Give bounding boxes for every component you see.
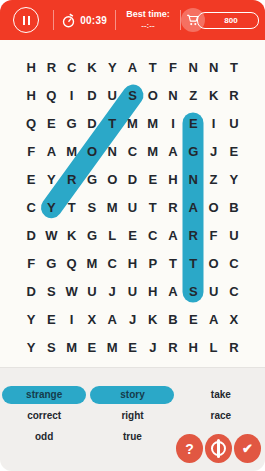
grid-cell-r11c2[interactable]: S	[41, 333, 61, 361]
stopwatch-icon	[61, 13, 76, 28]
reveal-button[interactable]	[205, 434, 232, 463]
grid-cell-r3c4[interactable]: D	[82, 109, 102, 137]
grid-cell-r10c8[interactable]: B	[163, 305, 183, 333]
word-race: race	[211, 410, 232, 421]
best-time-value: --:--	[141, 21, 154, 31]
shopping-cart-icon	[181, 8, 205, 32]
grid-cell-r4c3[interactable]: M	[62, 137, 82, 165]
grid-cell-r2c2[interactable]: Q	[41, 81, 61, 109]
grid-cell-r8c3[interactable]: Q	[62, 249, 82, 277]
grid-cell-r1c3[interactable]: C	[62, 53, 82, 81]
grid-cell-r6c10[interactable]: O	[203, 193, 223, 221]
grid-cell-r2c8[interactable]: N	[163, 81, 183, 109]
grid-cell-r7c7[interactable]: C	[143, 221, 163, 249]
grid-cell-r7c8[interactable]: A	[163, 221, 183, 249]
grid-cell-r5c1[interactable]: E	[21, 165, 41, 193]
grid-cell-r6c2[interactable]: Y	[41, 193, 61, 221]
grid-cell-r6c4[interactable]: S	[82, 193, 102, 221]
grid-cell-r6c6[interactable]: U	[122, 193, 142, 221]
grid-cell-r11c1[interactable]: Y	[21, 333, 41, 361]
grid-cell-r10c9[interactable]: E	[183, 305, 203, 333]
grid-cell-r5c9[interactable]: N	[183, 165, 203, 193]
grid-cell-r8c2[interactable]: G	[41, 249, 61, 277]
grid-cell-r11c9[interactable]: H	[183, 333, 203, 361]
grid-cell-r3c2[interactable]: E	[41, 109, 61, 137]
grid-cell-r4c2[interactable]: A	[41, 137, 61, 165]
letter-grid: HRCKYATFNNTHQIDUSONZKRQEGDTMMIEIUFAMONCM…	[21, 53, 244, 361]
grid-cell-r2c5[interactable]: U	[102, 81, 122, 109]
grid-cell-r5c6[interactable]: D	[122, 165, 142, 193]
word-odd: odd	[35, 431, 53, 442]
grid-cell-r9c2[interactable]: S	[41, 277, 61, 305]
grid-cell-r8c4[interactable]: M	[82, 249, 102, 277]
grid-cell-r6c7[interactable]: T	[143, 193, 163, 221]
grid-cell-r3c9[interactable]: E	[183, 109, 203, 137]
grid-cell-r10c2[interactable]: E	[41, 305, 61, 333]
shop-button[interactable]: 800	[181, 8, 265, 32]
grid-cell-r8c8[interactable]: T	[163, 249, 183, 277]
grid-cell-r7c4[interactable]: G	[82, 221, 102, 249]
grid-cell-r1c10[interactable]: N	[203, 53, 223, 81]
grid-cell-r4c8[interactable]: A	[163, 137, 183, 165]
question-mark-icon: ?	[185, 441, 194, 457]
check-button[interactable]: ✔	[234, 434, 261, 463]
action-buttons: ? ✔	[176, 434, 261, 463]
grid-cell-r9c3[interactable]: W	[62, 277, 82, 305]
grid-cell-r3c10[interactable]: I	[203, 109, 223, 137]
grid-cell-r5c3[interactable]: R	[62, 165, 82, 193]
grid-cell-r4c11[interactable]: E	[224, 137, 244, 165]
grid-cell-r7c9[interactable]: R	[183, 221, 203, 249]
grid-cell-r4c9[interactable]: G	[183, 137, 203, 165]
pause-icon	[13, 7, 39, 33]
word-strange-found: strange	[2, 386, 86, 404]
pause-button[interactable]	[0, 7, 53, 33]
grid-cell-r1c2[interactable]: R	[41, 53, 61, 81]
grid-cell-r4c1[interactable]: F	[21, 137, 41, 165]
grid-cell-r9c5[interactable]: J	[102, 277, 122, 305]
grid-cell-r10c5[interactable]: A	[102, 305, 122, 333]
grid-cell-r2c1[interactable]: H	[21, 81, 41, 109]
grid-cell-r6c3[interactable]: T	[62, 193, 82, 221]
best-time: Best time: --:--	[116, 9, 180, 30]
grid-cell-r8c10[interactable]: O	[203, 249, 223, 277]
grid-cell-r7c1[interactable]: D	[21, 221, 41, 249]
grid-cell-r2c4[interactable]: D	[82, 81, 102, 109]
grid-cell-r1c11[interactable]: T	[224, 53, 244, 81]
grid-cell-r7c5[interactable]: L	[102, 221, 122, 249]
grid-cell-r8c7[interactable]: P	[143, 249, 163, 277]
grid-cell-r8c9[interactable]: T	[183, 249, 203, 277]
grid-cell-r9c8[interactable]: A	[163, 277, 183, 305]
grid-cell-r4c4[interactable]: O	[82, 137, 102, 165]
grid-cell-r7c11[interactable]: U	[224, 221, 244, 249]
grid-cell-r7c3[interactable]: K	[62, 221, 82, 249]
grid-cell-r6c11[interactable]: B	[224, 193, 244, 221]
hint-button[interactable]: ?	[176, 434, 203, 463]
grid-cell-r8c1[interactable]: F	[21, 249, 41, 277]
grid-cell-r9c1[interactable]: D	[21, 277, 41, 305]
grid-cell-r1c5[interactable]: Y	[102, 53, 122, 81]
grid-cell-r4c6[interactable]: C	[122, 137, 142, 165]
grid-cell-r10c1[interactable]: Y	[21, 305, 41, 333]
grid-cell-r3c7[interactable]: M	[143, 109, 163, 137]
grid-cell-r6c9[interactable]: A	[183, 193, 203, 221]
grid-cell-r5c10[interactable]: Z	[203, 165, 223, 193]
grid-cell-r8c11[interactable]: C	[224, 249, 244, 277]
grid-cell-r7c2[interactable]: W	[41, 221, 61, 249]
grid-cell-r11c10[interactable]: L	[203, 333, 223, 361]
grid-cell-r11c8[interactable]: R	[163, 333, 183, 361]
timer: 00:39	[54, 13, 115, 28]
grid-cell-r7c10[interactable]: F	[203, 221, 223, 249]
grid-cell-r5c8[interactable]: H	[163, 165, 183, 193]
grid-cell-r10c11[interactable]: X	[224, 305, 244, 333]
grid-cell-r1c6[interactable]: A	[122, 53, 142, 81]
grid-cell-r1c7[interactable]: T	[143, 53, 163, 81]
grid-cell-r3c1[interactable]: Q	[21, 109, 41, 137]
grid-cell-r10c6[interactable]: J	[122, 305, 142, 333]
grid-cell-r4c5[interactable]: N	[102, 137, 122, 165]
grid-cell-r8c5[interactable]: C	[102, 249, 122, 277]
grid-cell-r3c3[interactable]: G	[62, 109, 82, 137]
grid-cell-r2c11[interactable]: R	[224, 81, 244, 109]
grid-cell-r5c7[interactable]: E	[143, 165, 163, 193]
grid-cell-r4c10[interactable]: J	[203, 137, 223, 165]
grid-cell-r9c7[interactable]: H	[143, 277, 163, 305]
grid-cell-r5c11[interactable]: Y	[224, 165, 244, 193]
grid-cell-r4c7[interactable]: M	[143, 137, 163, 165]
grid-cell-r6c1[interactable]: C	[21, 193, 41, 221]
grid-cell-r9c9[interactable]: S	[183, 277, 203, 305]
grid-cell-r9c6[interactable]: U	[122, 277, 142, 305]
grid-cell-r3c6[interactable]: M	[122, 109, 142, 137]
grid-cell-r6c8[interactable]: R	[163, 193, 183, 221]
grid-cell-r1c1[interactable]: H	[21, 53, 41, 81]
grid-cell-r11c6[interactable]: E	[122, 333, 142, 361]
grid-cell-r5c2[interactable]: Y	[41, 165, 61, 193]
check-icon: ✔	[242, 441, 253, 456]
grid-cell-r5c5[interactable]: O	[102, 165, 122, 193]
grid-cell-r9c10[interactable]: U	[203, 277, 223, 305]
app-screen: 00:39 Best time: --:-- 800 HRCKYATFNNTHQ…	[0, 0, 265, 471]
grid-cell-r2c10[interactable]: K	[203, 81, 223, 109]
best-time-label: Best time:	[126, 9, 170, 20]
grid-cell-r11c11[interactable]: R	[224, 333, 244, 361]
word-list-area: strangestorytakecorrectrightraceoddtrue …	[0, 367, 265, 471]
grid-cell-r11c7[interactable]: J	[143, 333, 163, 361]
grid-cell-r3c8[interactable]: I	[163, 109, 183, 137]
grid-cell-r3c5[interactable]: T	[102, 109, 122, 137]
grid-cell-r2c6[interactable]: S	[122, 81, 142, 109]
grid-cell-r6c5[interactable]: M	[102, 193, 122, 221]
word-true: true	[123, 431, 142, 442]
grid-cell-r10c3[interactable]: I	[62, 305, 82, 333]
grid-cell-r2c7[interactable]: O	[143, 81, 163, 109]
word-take: take	[211, 389, 231, 400]
word-right: right	[121, 410, 143, 421]
grid-cell-r1c9[interactable]: N	[183, 53, 203, 81]
grid-cell-r2c3[interactable]: I	[62, 81, 82, 109]
grid-cell-r11c4[interactable]: E	[82, 333, 102, 361]
board: HRCKYATFNNTHQIDUSONZKRQEGDTMMIEIUFAMONCM…	[0, 40, 265, 367]
grid-cell-r1c4[interactable]: K	[82, 53, 102, 81]
grid-cell-r2c9[interactable]: Z	[183, 81, 203, 109]
grid-cell-r9c4[interactable]: U	[82, 277, 102, 305]
grid-cell-r5c4[interactable]: G	[82, 165, 102, 193]
grid-cell-r9c11[interactable]: C	[224, 277, 244, 305]
grid-cell-r10c4[interactable]: X	[82, 305, 102, 333]
word-correct: correct	[27, 410, 61, 421]
grid-cell-r11c5[interactable]: M	[102, 333, 122, 361]
power-bar-icon	[217, 439, 220, 458]
grid-cell-r10c10[interactable]: A	[203, 305, 223, 333]
word-story-found: story	[90, 386, 174, 404]
grid-cell-r11c3[interactable]: M	[62, 333, 82, 361]
grid-cell-r3c11[interactable]: U	[224, 109, 244, 137]
grid-cell-r7c6[interactable]: E	[122, 221, 142, 249]
coin-balance: 800	[197, 12, 259, 29]
grid-cell-r10c7[interactable]: K	[143, 305, 163, 333]
timer-value: 00:39	[80, 15, 107, 26]
top-bar: 00:39 Best time: --:-- 800	[0, 0, 265, 40]
grid-cell-r1c8[interactable]: F	[163, 53, 183, 81]
grid-cell-r8c6[interactable]: H	[122, 249, 142, 277]
